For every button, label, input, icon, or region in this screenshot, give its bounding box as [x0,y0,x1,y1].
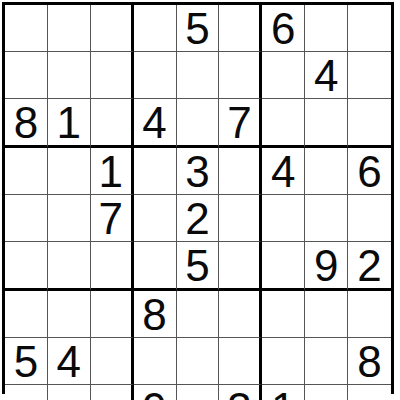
cell-r7c3[interactable] [91,291,134,338]
cell-r4c6[interactable] [219,148,262,195]
cell-r8c6[interactable] [219,338,262,385]
cell-r3c2: 1 [48,99,91,148]
cell-r7c9[interactable] [348,291,391,338]
cell-r4c5: 3 [177,148,220,195]
cell-r8c3[interactable] [91,338,134,385]
cell-r2c7[interactable] [262,52,305,99]
cell-r4c2[interactable] [48,148,91,195]
cell-r5c3: 7 [91,195,134,242]
cell-r9c6: 3 [219,385,262,400]
cell-r1c7: 6 [262,5,305,52]
cell-r5c6[interactable] [219,195,262,242]
cell-r9c7: 1 [262,385,305,400]
cell-r8c9: 8 [348,338,391,385]
cell-r1c5: 5 [177,5,220,52]
cell-r9c3[interactable] [91,385,134,400]
cell-r9c1[interactable] [5,385,48,400]
cell-r2c6[interactable] [219,52,262,99]
cell-r2c9[interactable] [348,52,391,99]
cell-r1c8[interactable] [305,5,348,52]
cell-r5c2[interactable] [48,195,91,242]
cell-r7c7[interactable] [262,291,305,338]
cell-r6c3[interactable] [91,242,134,291]
cell-r1c4[interactable] [134,5,177,52]
cell-r3c4: 4 [134,99,177,148]
cell-r1c9[interactable] [348,5,391,52]
cell-r9c8[interactable] [305,385,348,400]
cell-r9c9[interactable] [348,385,391,400]
cell-r8c7[interactable] [262,338,305,385]
cell-r9c4: 9 [134,385,177,400]
cell-r8c2: 4 [48,338,91,385]
cell-r2c3[interactable] [91,52,134,99]
cell-r6c8: 9 [305,242,348,291]
cell-r5c7[interactable] [262,195,305,242]
cell-r6c1[interactable] [5,242,48,291]
cell-r5c9[interactable] [348,195,391,242]
cell-r4c4[interactable] [134,148,177,195]
cell-r5c1[interactable] [5,195,48,242]
cell-r1c6[interactable] [219,5,262,52]
cell-r3c1: 8 [5,99,48,148]
cell-r7c5[interactable] [177,291,220,338]
cell-r2c2[interactable] [48,52,91,99]
cell-r3c9[interactable] [348,99,391,148]
cell-r7c4: 8 [134,291,177,338]
cell-r4c8[interactable] [305,148,348,195]
cell-r1c1[interactable] [5,5,48,52]
cell-r2c8: 4 [305,52,348,99]
cell-r8c5[interactable] [177,338,220,385]
cell-r1c2[interactable] [48,5,91,52]
cell-r6c2[interactable] [48,242,91,291]
cell-r7c8[interactable] [305,291,348,338]
cell-r6c6[interactable] [219,242,262,291]
cell-r4c1[interactable] [5,148,48,195]
cell-r6c9: 2 [348,242,391,291]
cell-r5c8[interactable] [305,195,348,242]
cell-r7c2[interactable] [48,291,91,338]
cell-r3c3[interactable] [91,99,134,148]
sudoku-board: 56481471346725928548931 [2,2,394,394]
cell-r2c1[interactable] [5,52,48,99]
cell-r3c6: 7 [219,99,262,148]
cell-r9c2[interactable] [48,385,91,400]
cell-r2c4[interactable] [134,52,177,99]
cell-r8c1: 5 [5,338,48,385]
cell-r5c4[interactable] [134,195,177,242]
cell-r4c3: 1 [91,148,134,195]
cell-r7c6[interactable] [219,291,262,338]
cell-r6c7[interactable] [262,242,305,291]
cell-r2c5[interactable] [177,52,220,99]
cell-r4c7: 4 [262,148,305,195]
cell-r8c4[interactable] [134,338,177,385]
cell-r3c5[interactable] [177,99,220,148]
cell-r4c9: 6 [348,148,391,195]
cell-r3c7[interactable] [262,99,305,148]
cell-r7c1[interactable] [5,291,48,338]
cell-r6c4[interactable] [134,242,177,291]
cell-r8c8[interactable] [305,338,348,385]
cell-r1c3[interactable] [91,5,134,52]
cell-r5c5: 2 [177,195,220,242]
cell-r9c5[interactable] [177,385,220,400]
cell-r6c5: 5 [177,242,220,291]
cell-r3c8[interactable] [305,99,348,148]
